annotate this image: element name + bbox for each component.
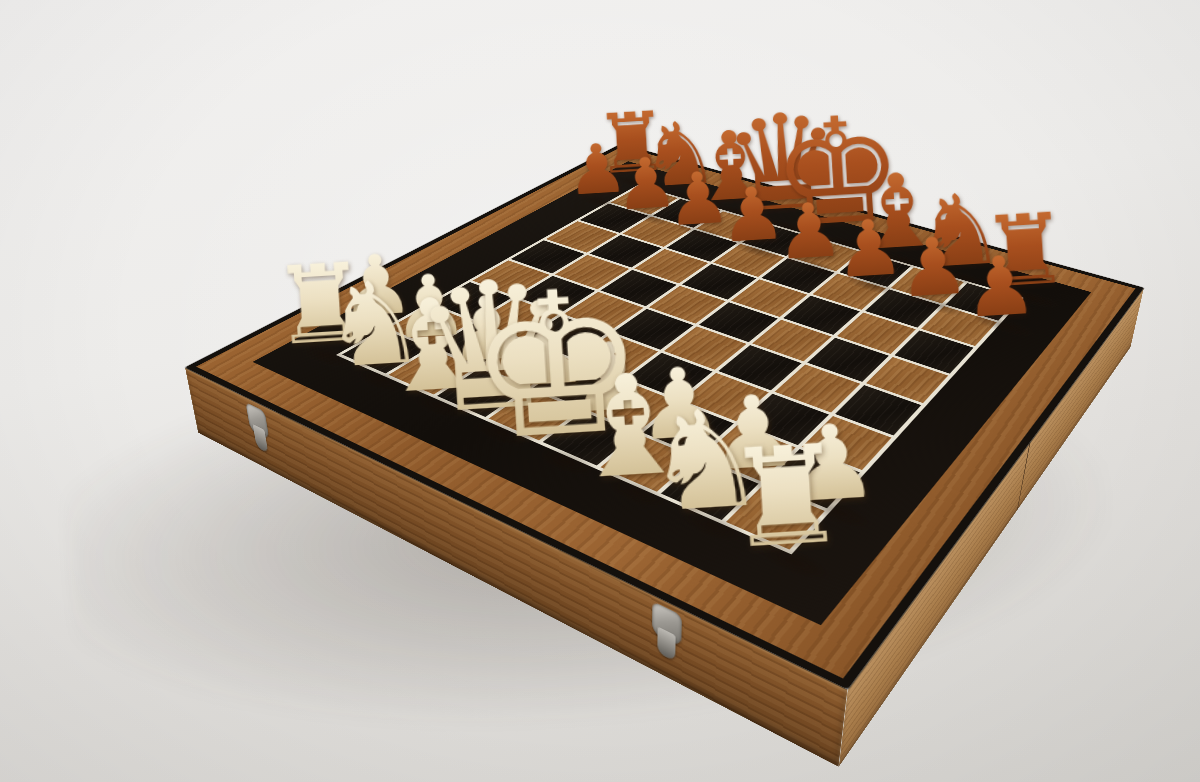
perspective-camera: ♜♞♝♛♚♝♞♜♟♟♟♟♟♟♟♟♟♟♟♟♟♟♟♟♜♞♝♛♚♝♞♜	[0, 0, 1200, 782]
metal-clasp-front	[651, 601, 684, 670]
scene-lean: ♜♞♝♛♚♝♞♜♟♟♟♟♟♟♟♟♟♟♟♟♟♟♟♟♜♞♝♛♚♝♞♜	[0, 0, 1200, 782]
chess-board-box: ♜♞♝♛♚♝♞♜♟♟♟♟♟♟♟♟♟♟♟♟♟♟♟♟♜♞♝♛♚♝♞♜	[185, 144, 1144, 690]
studio-backdrop: ♜♞♝♛♚♝♞♜♟♟♟♟♟♟♟♟♟♟♟♟♟♟♟♟♜♞♝♛♚♝♞♜	[0, 0, 1200, 782]
